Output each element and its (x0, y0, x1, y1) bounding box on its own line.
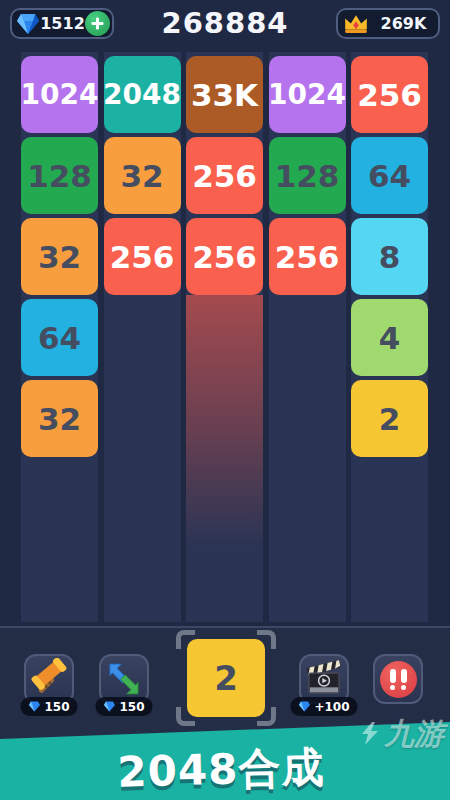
video-reward: +100 (314, 700, 349, 714)
tile-2: 2 (351, 380, 428, 457)
tile-64: 64 (351, 137, 428, 214)
tile-256: 256 (186, 137, 263, 214)
diamond-icon (103, 701, 115, 712)
pause-button[interactable] (373, 654, 423, 704)
hammer-cost-badge: 150 (20, 697, 77, 716)
tile-32: 32 (21, 218, 98, 295)
watermark-text: 九游 (384, 714, 444, 755)
swap-button[interactable]: 150 (99, 654, 149, 704)
swap-cost: 150 (119, 700, 144, 714)
hammer-button[interactable]: 150 (24, 654, 74, 704)
tile-33K: 33K (186, 56, 263, 133)
tile-2048: 2048 (104, 56, 181, 133)
game-screen: 1512 268884 269K 1024204833K102425612832… (0, 0, 450, 800)
tile-64: 64 (21, 299, 98, 376)
video-reward-button[interactable]: +100 (299, 654, 349, 704)
tile-128: 128 (269, 137, 346, 214)
tile-1024: 1024 (269, 56, 346, 133)
tile-1024: 1024 (21, 56, 98, 133)
tile-256: 256 (186, 218, 263, 295)
tile-4: 4 (351, 299, 428, 376)
tile-8: 8 (351, 218, 428, 295)
clapperboard-icon (304, 659, 344, 699)
tile-256: 256 (104, 218, 181, 295)
banner-title: 2048合成 (117, 739, 325, 800)
aim-trail (186, 295, 263, 547)
banner: 2048合成 九游 (0, 722, 450, 800)
diamond-icon (298, 701, 310, 712)
current-tile-frame: 2 (187, 639, 265, 717)
swap-arrows-icon (104, 659, 144, 699)
tile-32: 32 (21, 380, 98, 457)
watermark-logo: 九游 (358, 714, 444, 755)
diamond-icon (28, 701, 40, 712)
hammer-icon (28, 658, 70, 700)
tile-128: 128 (21, 137, 98, 214)
lightning-g-icon (358, 721, 382, 749)
tile-256: 256 (269, 218, 346, 295)
pause-icon (380, 661, 417, 698)
tile-256: 256 (351, 56, 428, 133)
current-tile[interactable]: 2 (187, 639, 265, 717)
tile-32: 32 (104, 137, 181, 214)
hammer-cost: 150 (44, 700, 69, 714)
swap-cost-badge: 150 (95, 697, 152, 716)
video-reward-badge: +100 (290, 697, 357, 716)
